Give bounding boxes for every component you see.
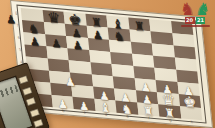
clock-button-2[interactable] xyxy=(22,86,33,96)
logo-knight-heads: ♞ ♞ xyxy=(176,1,214,18)
black-pawn-d7[interactable]: ♟ xyxy=(92,29,103,41)
black-pawn-a6[interactable]: ♟ xyxy=(29,36,40,48)
green-knight-icon: ♞ xyxy=(195,1,210,18)
black-knight-e7[interactable]: ♞ xyxy=(113,30,126,44)
black-pawn-b6[interactable]: ♟ xyxy=(51,38,62,50)
black-queen-b8[interactable]: ♛ xyxy=(46,10,60,26)
white-king-h2[interactable]: ♚ xyxy=(182,94,196,110)
logo-tagline-text xyxy=(181,25,210,27)
red-knight-icon: ♞ xyxy=(180,1,195,18)
clock-button-1[interactable] xyxy=(18,75,29,85)
tournament-logo: ♞ ♞ 20 21 xyxy=(176,1,214,27)
logo-year-20: 20 xyxy=(185,17,195,24)
black-rook-f8[interactable]: ♜ xyxy=(133,20,145,33)
clock-button-3[interactable] xyxy=(25,97,36,107)
black-knight-a7[interactable]: ♞ xyxy=(27,22,40,36)
white-pawn-offboard[interactable]: ♟ xyxy=(65,76,166,125)
white-rook-g1[interactable]: ♜ xyxy=(164,107,176,120)
black-pawn-c6[interactable]: ♟ xyxy=(72,40,83,52)
black-king-c8[interactable]: ♚ xyxy=(68,12,82,28)
black-rook-d8[interactable]: ♜ xyxy=(91,16,103,29)
photo-scene: 87654321 abcdefgh ♛♚♜♝♜♞♟♟♞♟♟♟♟♟♟♟♟♟♛♚♟♟… xyxy=(0,0,215,128)
clock-button-5[interactable] xyxy=(33,119,44,128)
clock-button-4[interactable] xyxy=(29,108,40,118)
